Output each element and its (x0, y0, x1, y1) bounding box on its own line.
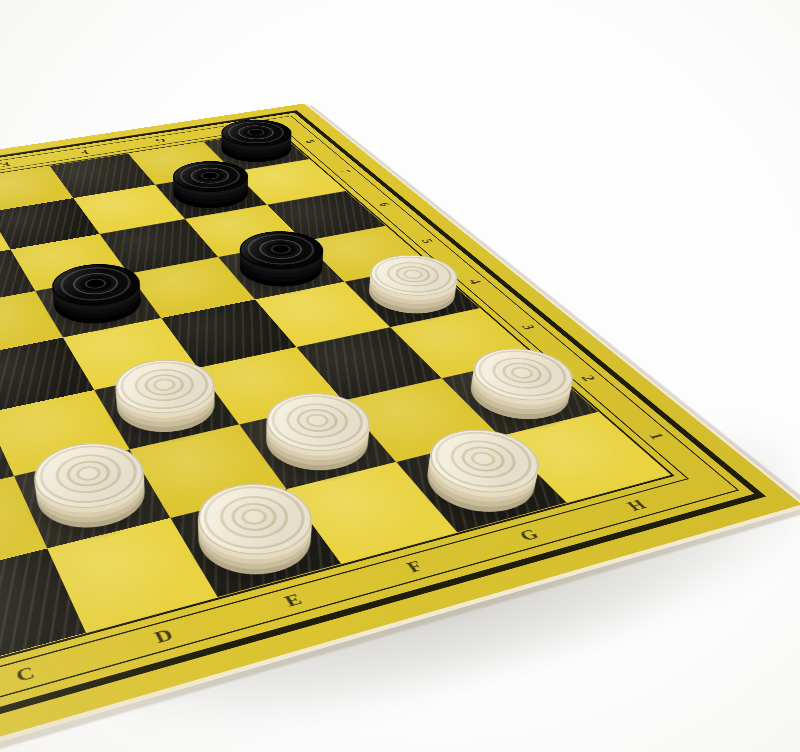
rank-label-right-1: 1 (632, 424, 681, 449)
piece-black-g7[interactable] (163, 175, 259, 216)
file-label-top-F: F (69, 146, 99, 158)
checkers-board: AA11BB22CC33DD44EE55FF66GG77HH88 (0, 104, 800, 752)
piece-white-h2[interactable] (452, 362, 587, 430)
file-label-bottom-H: H (611, 491, 664, 520)
square-c1[interactable] (0, 548, 86, 670)
file-label-bottom-C: C (0, 655, 52, 695)
photo-stage: AA11BB22CC33DD44EE55FF66GG77HH88 (0, 0, 800, 752)
rank-label-right-6: 6 (367, 198, 402, 212)
file-label-bottom-D: D (138, 618, 191, 656)
file-label-bottom-E: E (267, 583, 320, 618)
file-label-bottom-F: F (389, 550, 442, 583)
rank-label-right-8: 8 (295, 136, 326, 148)
scene: AA11BB22CC33DD44EE55FF66GG77HH88 (0, 0, 800, 752)
file-label-top-G: G (145, 135, 175, 147)
rank-label-right-4: 4 (455, 273, 494, 291)
file-label-bottom-G: G (503, 520, 556, 551)
rank-label-right-3: 3 (507, 317, 549, 337)
rank-label-right-7: 7 (329, 165, 362, 178)
piece-white-d2[interactable] (24, 456, 159, 541)
file-label-top-E: E (0, 158, 19, 171)
rank-label-right-5: 5 (409, 233, 446, 249)
board-grid (0, 130, 670, 752)
